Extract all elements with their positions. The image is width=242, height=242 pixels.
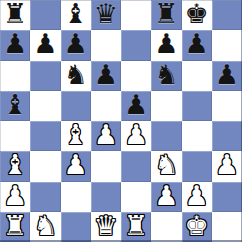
square-g4[interactable] [182,121,212,151]
square-e3[interactable] [121,151,151,181]
piece-white-king[interactable]: ♚ [185,212,209,241]
square-f7[interactable]: ♟ [151,30,181,60]
square-f2[interactable]: ♟ [151,182,181,212]
square-g8[interactable]: ♚ [182,0,212,30]
piece-white-bishop[interactable]: ♝ [64,121,88,150]
square-a1[interactable]: ♜ [0,212,30,242]
square-c6[interactable]: ♞ [61,61,91,91]
square-h2[interactable] [212,182,242,212]
square-a3[interactable]: ♝ [0,151,30,181]
square-d3[interactable] [91,151,121,181]
piece-black-bishop[interactable]: ♝ [64,0,88,29]
square-a8[interactable]: ♜ [0,0,30,30]
piece-black-pawn[interactable]: ♟ [3,30,27,59]
square-c3[interactable]: ♟ [61,151,91,181]
piece-black-rook[interactable]: ♜ [154,0,178,29]
piece-black-pawn[interactable]: ♟ [215,61,239,90]
piece-black-knight[interactable]: ♞ [154,61,178,90]
piece-black-pawn[interactable]: ♟ [124,91,148,120]
square-h3[interactable]: ♟ [212,151,242,181]
piece-black-rook[interactable]: ♜ [3,0,27,29]
square-b6[interactable] [30,61,60,91]
piece-black-pawn[interactable]: ♟ [94,61,118,90]
square-h7[interactable] [212,30,242,60]
square-d6[interactable]: ♟ [91,61,121,91]
piece-black-pawn[interactable]: ♟ [64,30,88,59]
square-b2[interactable] [30,182,60,212]
square-g3[interactable] [182,151,212,181]
square-h4[interactable] [212,121,242,151]
piece-white-pawn[interactable]: ♟ [215,151,239,180]
piece-black-pawn[interactable]: ♟ [154,30,178,59]
piece-white-pawn[interactable]: ♟ [94,121,118,150]
square-d8[interactable]: ♛ [91,0,121,30]
square-g6[interactable] [182,61,212,91]
square-c1[interactable] [61,212,91,242]
square-h1[interactable] [212,212,242,242]
piece-white-queen[interactable]: ♛ [94,212,118,241]
square-f8[interactable]: ♜ [151,0,181,30]
square-h8[interactable] [212,0,242,30]
piece-white-pawn[interactable]: ♟ [124,121,148,150]
square-c7[interactable]: ♟ [61,30,91,60]
square-g7[interactable]: ♟ [182,30,212,60]
piece-white-pawn[interactable]: ♟ [64,151,88,180]
piece-black-knight[interactable]: ♞ [64,61,88,90]
piece-black-queen[interactable]: ♛ [94,0,118,29]
square-d1[interactable]: ♛ [91,212,121,242]
square-a2[interactable]: ♟ [0,182,30,212]
square-f3[interactable]: ♞ [151,151,181,181]
piece-white-pawn[interactable]: ♟ [185,182,209,211]
piece-black-pawn[interactable]: ♟ [185,30,209,59]
piece-white-pawn[interactable]: ♟ [154,182,178,211]
square-f4[interactable] [151,121,181,151]
piece-white-pawn[interactable]: ♟ [3,182,27,211]
piece-black-king[interactable]: ♚ [185,0,209,29]
piece-black-bishop[interactable]: ♝ [3,91,27,120]
square-h6[interactable]: ♟ [212,61,242,91]
square-e5[interactable]: ♟ [121,91,151,121]
square-d2[interactable] [91,182,121,212]
square-a5[interactable]: ♝ [0,91,30,121]
square-c4[interactable]: ♝ [61,121,91,151]
square-c2[interactable] [61,182,91,212]
square-b5[interactable] [30,91,60,121]
square-d4[interactable]: ♟ [91,121,121,151]
square-d5[interactable] [91,91,121,121]
square-e7[interactable] [121,30,151,60]
piece-white-rook[interactable]: ♜ [3,212,27,241]
square-f5[interactable] [151,91,181,121]
square-g5[interactable] [182,91,212,121]
square-e2[interactable] [121,182,151,212]
square-c5[interactable] [61,91,91,121]
piece-white-bishop[interactable]: ♝ [3,151,27,180]
square-b8[interactable] [30,0,60,30]
square-a7[interactable]: ♟ [0,30,30,60]
piece-white-knight[interactable]: ♞ [33,212,57,241]
square-d7[interactable] [91,30,121,60]
square-g2[interactable]: ♟ [182,182,212,212]
square-e1[interactable]: ♜ [121,212,151,242]
piece-white-knight[interactable]: ♞ [154,151,178,180]
square-g1[interactable]: ♚ [182,212,212,242]
piece-white-rook[interactable]: ♜ [124,212,148,241]
square-f6[interactable]: ♞ [151,61,181,91]
square-f1[interactable] [151,212,181,242]
square-b1[interactable]: ♞ [30,212,60,242]
square-b3[interactable] [30,151,60,181]
square-c8[interactable]: ♝ [61,0,91,30]
square-h5[interactable] [212,91,242,121]
square-a4[interactable] [0,121,30,151]
piece-black-pawn[interactable]: ♟ [33,30,57,59]
square-e8[interactable] [121,0,151,30]
chess-board: ♜♝♛♜♚♟♟♟♟♟♞♟♞♟♝♟♝♟♟♝♟♞♟♟♟♟♜♞♛♜♚ [0,0,242,242]
square-e6[interactable] [121,61,151,91]
chess-diagram: ♜♝♛♜♚♟♟♟♟♟♞♟♞♟♝♟♝♟♟♝♟♞♟♟♟♟♜♞♛♜♚ [0,0,242,242]
square-b4[interactable] [30,121,60,151]
square-b7[interactable]: ♟ [30,30,60,60]
square-a6[interactable] [0,61,30,91]
square-e4[interactable]: ♟ [121,121,151,151]
